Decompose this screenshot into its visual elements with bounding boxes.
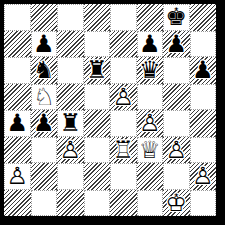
square-c5[interactable] [57,84,84,111]
black-pawn-piece: ♟ [5,111,30,136]
black-pawn-piece: ♟ [138,32,163,57]
square-f8[interactable] [137,4,164,31]
chess-board: ♚♟♟♟♞♜♛♟♞♘♟♙♟♟♜♟♙♟♙♜♖♛♕♟♙♟♙♟♙♚♔ [4,4,216,216]
white-pawn-piece: ♟♙ [137,110,164,137]
white-king-piece: ♚♔ [163,190,190,217]
square-g4[interactable] [163,110,190,137]
square-e7[interactable] [110,31,137,58]
black-pawn-piece: ♟ [190,57,217,84]
square-a1[interactable] [4,190,31,217]
square-f2[interactable] [137,163,164,190]
square-b8[interactable] [31,4,58,31]
black-pawn-piece: ♟ [31,110,58,137]
square-a3[interactable] [4,137,31,164]
white-pawn-piece: ♟♙ [5,164,30,189]
square-a8[interactable] [4,4,31,31]
square-b2[interactable] [31,163,58,190]
square-f1[interactable] [137,190,164,217]
square-e6[interactable] [110,57,137,84]
square-d5[interactable] [84,84,111,111]
square-b5[interactable]: ♞♘ [31,84,58,111]
black-pawn-piece: ♟ [163,31,190,58]
square-g8[interactable]: ♚ [163,4,190,31]
square-d7[interactable] [84,31,111,58]
black-king-piece: ♚ [164,5,189,30]
square-e2[interactable] [110,163,137,190]
square-b7[interactable]: ♟ [31,31,58,58]
square-c2[interactable] [57,163,84,190]
square-g6[interactable] [163,57,190,84]
black-pawn-piece: ♟ [32,32,57,57]
square-g7[interactable]: ♟ [163,31,190,58]
square-h3[interactable] [190,137,217,164]
black-rook-piece: ♜ [58,111,83,136]
square-a7[interactable] [4,31,31,58]
square-h6[interactable]: ♟ [190,57,217,84]
white-pawn-piece: ♟♙ [190,163,217,190]
white-pawn-piece: ♟♙ [57,137,84,164]
black-knight-piece: ♞ [31,57,58,84]
square-c7[interactable] [57,31,84,58]
square-c1[interactable] [57,190,84,217]
square-h4[interactable] [190,110,217,137]
white-pawn-piece: ♟♙ [163,137,190,164]
square-f7[interactable]: ♟ [137,31,164,58]
square-c8[interactable] [57,4,84,31]
square-e3[interactable]: ♜♖ [110,137,137,164]
black-queen-piece: ♛ [137,57,164,84]
square-b6[interactable]: ♞ [31,57,58,84]
square-f6[interactable]: ♛ [137,57,164,84]
square-a6[interactable] [4,57,31,84]
square-f5[interactable] [137,84,164,111]
square-h1[interactable] [190,190,217,217]
square-e8[interactable] [110,4,137,31]
square-e4[interactable] [110,110,137,137]
square-g5[interactable] [163,84,190,111]
square-f3[interactable]: ♛♕ [137,137,164,164]
white-rook-piece: ♜♖ [110,137,137,164]
square-g1[interactable]: ♚♔ [163,190,190,217]
square-d4[interactable] [84,110,111,137]
black-rook-piece: ♜ [84,57,111,84]
square-c3[interactable]: ♟♙ [57,137,84,164]
square-h5[interactable] [190,84,217,111]
chess-board-frame: ♚♟♟♟♞♜♛♟♞♘♟♙♟♟♜♟♙♟♙♜♖♛♕♟♙♟♙♟♙♚♔ [0,0,225,225]
square-e1[interactable] [110,190,137,217]
square-d8[interactable] [84,4,111,31]
square-c4[interactable]: ♜ [57,110,84,137]
square-f4[interactable]: ♟♙ [137,110,164,137]
square-d1[interactable] [84,190,111,217]
square-a2[interactable]: ♟♙ [4,163,31,190]
square-b4[interactable]: ♟ [31,110,58,137]
white-pawn-piece: ♟♙ [110,84,137,111]
square-h2[interactable]: ♟♙ [190,163,217,190]
square-d2[interactable] [84,163,111,190]
square-a4[interactable]: ♟ [4,110,31,137]
square-d6[interactable]: ♜ [84,57,111,84]
white-knight-piece: ♞♘ [32,85,57,110]
square-b3[interactable] [31,137,58,164]
white-queen-piece: ♛♕ [138,138,163,163]
square-g3[interactable]: ♟♙ [163,137,190,164]
square-b1[interactable] [31,190,58,217]
square-e5[interactable]: ♟♙ [110,84,137,111]
square-a5[interactable] [4,84,31,111]
square-c6[interactable] [57,57,84,84]
square-h7[interactable] [190,31,217,58]
square-d3[interactable] [84,137,111,164]
square-g2[interactable] [163,163,190,190]
square-h8[interactable] [190,4,217,31]
